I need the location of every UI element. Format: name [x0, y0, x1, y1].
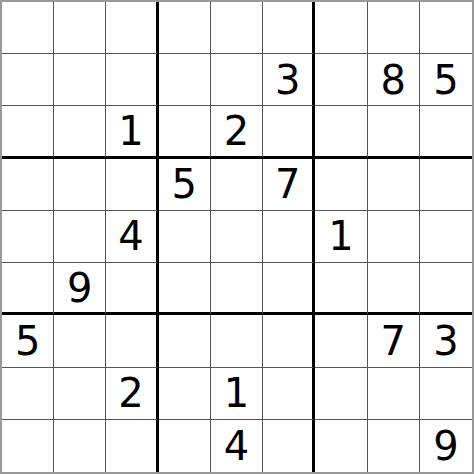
given-digit: 1: [224, 373, 249, 413]
cell-r2c5[interactable]: [211, 54, 263, 106]
cell-r5c8[interactable]: [368, 211, 420, 263]
cell-r7c6[interactable]: [263, 315, 315, 367]
cell-r4c7[interactable]: [315, 159, 367, 211]
cell-r4c3[interactable]: [106, 159, 158, 211]
cell-r7c1[interactable]: 5: [2, 315, 54, 367]
cell-r3c4[interactable]: [159, 106, 211, 158]
cell-r3c6[interactable]: [263, 106, 315, 158]
cell-r2c9[interactable]: 5: [420, 54, 472, 106]
cell-r5c9[interactable]: [420, 211, 472, 263]
cell-r1c2[interactable]: [54, 2, 106, 54]
cell-r8c2[interactable]: [54, 368, 106, 420]
cell-r6c3[interactable]: [106, 263, 158, 315]
cell-r6c9[interactable]: [420, 263, 472, 315]
cell-r1c3[interactable]: [106, 2, 158, 54]
cell-r8c9[interactable]: [420, 368, 472, 420]
cell-r1c9[interactable]: [420, 2, 472, 54]
sudoku-diagram: 38512574195732149: [0, 0, 474, 474]
cell-r2c4[interactable]: [159, 54, 211, 106]
cell-r7c7[interactable]: [315, 315, 367, 367]
cell-r8c1[interactable]: [2, 368, 54, 420]
given-digit: 7: [275, 164, 300, 204]
cell-r7c4[interactable]: [159, 315, 211, 367]
cell-r9c3[interactable]: [106, 420, 158, 472]
cell-r6c5[interactable]: [211, 263, 263, 315]
cell-r5c3[interactable]: 4: [106, 211, 158, 263]
cell-r4c1[interactable]: [2, 159, 54, 211]
cell-r3c1[interactable]: [2, 106, 54, 158]
cell-r2c6[interactable]: 3: [263, 54, 315, 106]
cell-r1c6[interactable]: [263, 2, 315, 54]
cell-r5c4[interactable]: [159, 211, 211, 263]
cell-r9c9[interactable]: 9: [420, 420, 472, 472]
given-digit: 7: [380, 321, 405, 361]
cell-r8c5[interactable]: 1: [211, 368, 263, 420]
cell-r1c1[interactable]: [2, 2, 54, 54]
cell-r9c5[interactable]: 4: [211, 420, 263, 472]
given-digit: 1: [328, 216, 353, 256]
cell-r8c8[interactable]: [368, 368, 420, 420]
given-digit: 1: [118, 111, 143, 151]
cell-r9c8[interactable]: [368, 420, 420, 472]
cell-r9c4[interactable]: [159, 420, 211, 472]
cell-r6c1[interactable]: [2, 263, 54, 315]
cell-r5c5[interactable]: [211, 211, 263, 263]
cell-r3c2[interactable]: [54, 106, 106, 158]
given-digit: 3: [433, 321, 458, 361]
cell-r3c5[interactable]: 2: [211, 106, 263, 158]
cell-r2c1[interactable]: [2, 54, 54, 106]
cell-r6c7[interactable]: [315, 263, 367, 315]
cell-r7c9[interactable]: 3: [420, 315, 472, 367]
cell-r9c1[interactable]: [2, 420, 54, 472]
given-digit: 5: [433, 60, 458, 100]
cell-r4c4[interactable]: 5: [159, 159, 211, 211]
cell-r5c6[interactable]: [263, 211, 315, 263]
cell-r1c4[interactable]: [159, 2, 211, 54]
given-digit: 5: [15, 321, 40, 361]
given-digit: 9: [67, 268, 92, 308]
cell-r4c5[interactable]: [211, 159, 263, 211]
cell-r2c7[interactable]: [315, 54, 367, 106]
cell-r3c9[interactable]: [420, 106, 472, 158]
cell-r7c2[interactable]: [54, 315, 106, 367]
sudoku-board: 38512574195732149: [0, 0, 474, 474]
cell-r7c5[interactable]: [211, 315, 263, 367]
cell-r8c4[interactable]: [159, 368, 211, 420]
cell-r4c8[interactable]: [368, 159, 420, 211]
cell-r4c2[interactable]: [54, 159, 106, 211]
cell-r7c8[interactable]: 7: [368, 315, 420, 367]
given-digit: 5: [172, 164, 197, 204]
given-digit: 2: [118, 373, 143, 413]
cell-r6c6[interactable]: [263, 263, 315, 315]
cell-r9c7[interactable]: [315, 420, 367, 472]
cell-r6c4[interactable]: [159, 263, 211, 315]
cell-r4c9[interactable]: [420, 159, 472, 211]
cell-r5c1[interactable]: [2, 211, 54, 263]
cell-r9c2[interactable]: [54, 420, 106, 472]
cell-r8c7[interactable]: [315, 368, 367, 420]
given-digit: 8: [380, 60, 405, 100]
cell-r8c6[interactable]: [263, 368, 315, 420]
cell-r1c8[interactable]: [368, 2, 420, 54]
cell-r5c7[interactable]: 1: [315, 211, 367, 263]
given-digit: 2: [224, 111, 249, 151]
cell-r8c3[interactable]: 2: [106, 368, 158, 420]
cell-r2c3[interactable]: [106, 54, 158, 106]
cell-r1c7[interactable]: [315, 2, 367, 54]
cell-r9c6[interactable]: [263, 420, 315, 472]
cell-r2c8[interactable]: 8: [368, 54, 420, 106]
cell-r7c3[interactable]: [106, 315, 158, 367]
cell-r3c3[interactable]: 1: [106, 106, 158, 158]
cell-r3c8[interactable]: [368, 106, 420, 158]
given-digit: 4: [118, 216, 143, 256]
cell-r1c5[interactable]: [211, 2, 263, 54]
cell-r3c7[interactable]: [315, 106, 367, 158]
given-digit: 4: [224, 426, 249, 466]
given-digit: 9: [433, 426, 458, 466]
cell-r6c8[interactable]: [368, 263, 420, 315]
cell-r5c2[interactable]: [54, 211, 106, 263]
cell-r6c2[interactable]: 9: [54, 263, 106, 315]
cell-r2c2[interactable]: [54, 54, 106, 106]
given-digit: 3: [275, 60, 300, 100]
cell-r4c6[interactable]: 7: [263, 159, 315, 211]
